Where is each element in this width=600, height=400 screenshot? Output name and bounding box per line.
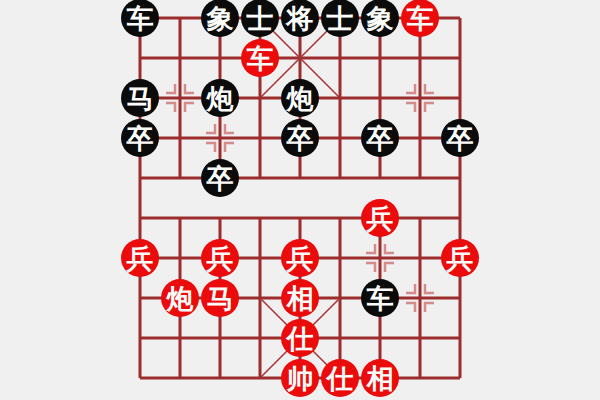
piece-red-pawn[interactable]: 兵 bbox=[201, 239, 239, 277]
piece-red-advisor[interactable]: 仕 bbox=[281, 319, 319, 357]
piece-red-chariot[interactable]: 车 bbox=[241, 39, 279, 77]
piece-red-elephant[interactable]: 相 bbox=[281, 279, 319, 317]
piece-red-cannon[interactable]: 炮 bbox=[161, 279, 199, 317]
piece-black-horse[interactable]: 马 bbox=[121, 79, 159, 117]
piece-red-elephant[interactable]: 相 bbox=[361, 359, 399, 397]
piece-red-pawn[interactable]: 兵 bbox=[361, 199, 399, 237]
piece-black-pawn[interactable]: 卒 bbox=[361, 119, 399, 157]
piece-black-cannon[interactable]: 炮 bbox=[201, 79, 239, 117]
xiangqi-board[interactable]: 车象士将士象车车马炮炮卒卒卒卒卒兵兵兵兵兵炮马相车仕帅仕相 bbox=[0, 0, 600, 400]
piece-black-advisor[interactable]: 士 bbox=[321, 0, 359, 37]
piece-black-chariot[interactable]: 车 bbox=[121, 0, 159, 37]
piece-red-pawn[interactable]: 兵 bbox=[281, 239, 319, 277]
piece-black-elephant[interactable]: 象 bbox=[201, 0, 239, 37]
piece-red-horse[interactable]: 马 bbox=[201, 279, 239, 317]
piece-red-chariot[interactable]: 车 bbox=[401, 0, 439, 37]
piece-red-pawn[interactable]: 兵 bbox=[121, 239, 159, 277]
piece-black-chariot[interactable]: 车 bbox=[361, 279, 399, 317]
piece-black-elephant[interactable]: 象 bbox=[361, 0, 399, 37]
piece-black-advisor[interactable]: 士 bbox=[241, 0, 279, 37]
piece-black-cannon[interactable]: 炮 bbox=[281, 79, 319, 117]
piece-red-general[interactable]: 帅 bbox=[281, 359, 319, 397]
piece-red-pawn[interactable]: 兵 bbox=[441, 239, 479, 277]
piece-black-pawn[interactable]: 卒 bbox=[121, 119, 159, 157]
piece-black-pawn[interactable]: 卒 bbox=[281, 119, 319, 157]
piece-black-pawn[interactable]: 卒 bbox=[201, 159, 239, 197]
piece-black-general[interactable]: 将 bbox=[281, 0, 319, 37]
piece-red-advisor[interactable]: 仕 bbox=[321, 359, 359, 397]
piece-black-pawn[interactable]: 卒 bbox=[441, 119, 479, 157]
